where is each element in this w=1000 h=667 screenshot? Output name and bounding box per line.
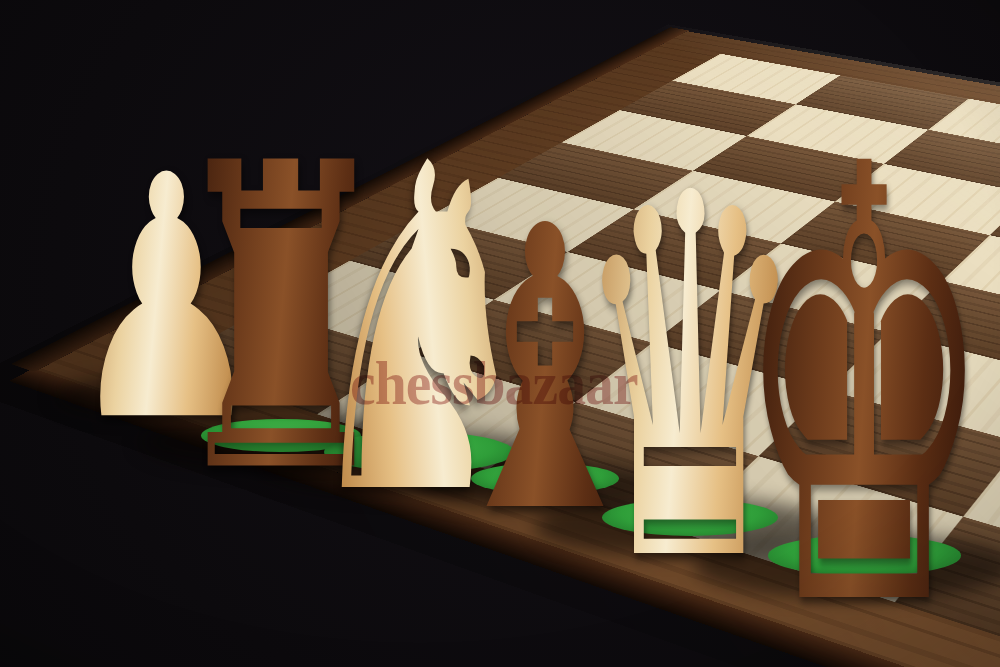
piece-black-king: ♚ — [720, 90, 1000, 667]
photo-stage: ♟♜♞♝♛♚ chessbazaar — [0, 0, 1000, 667]
pieces-layer: ♟♜♞♝♛♚ — [0, 0, 1000, 667]
watermark: chessbazaar — [350, 348, 638, 419]
